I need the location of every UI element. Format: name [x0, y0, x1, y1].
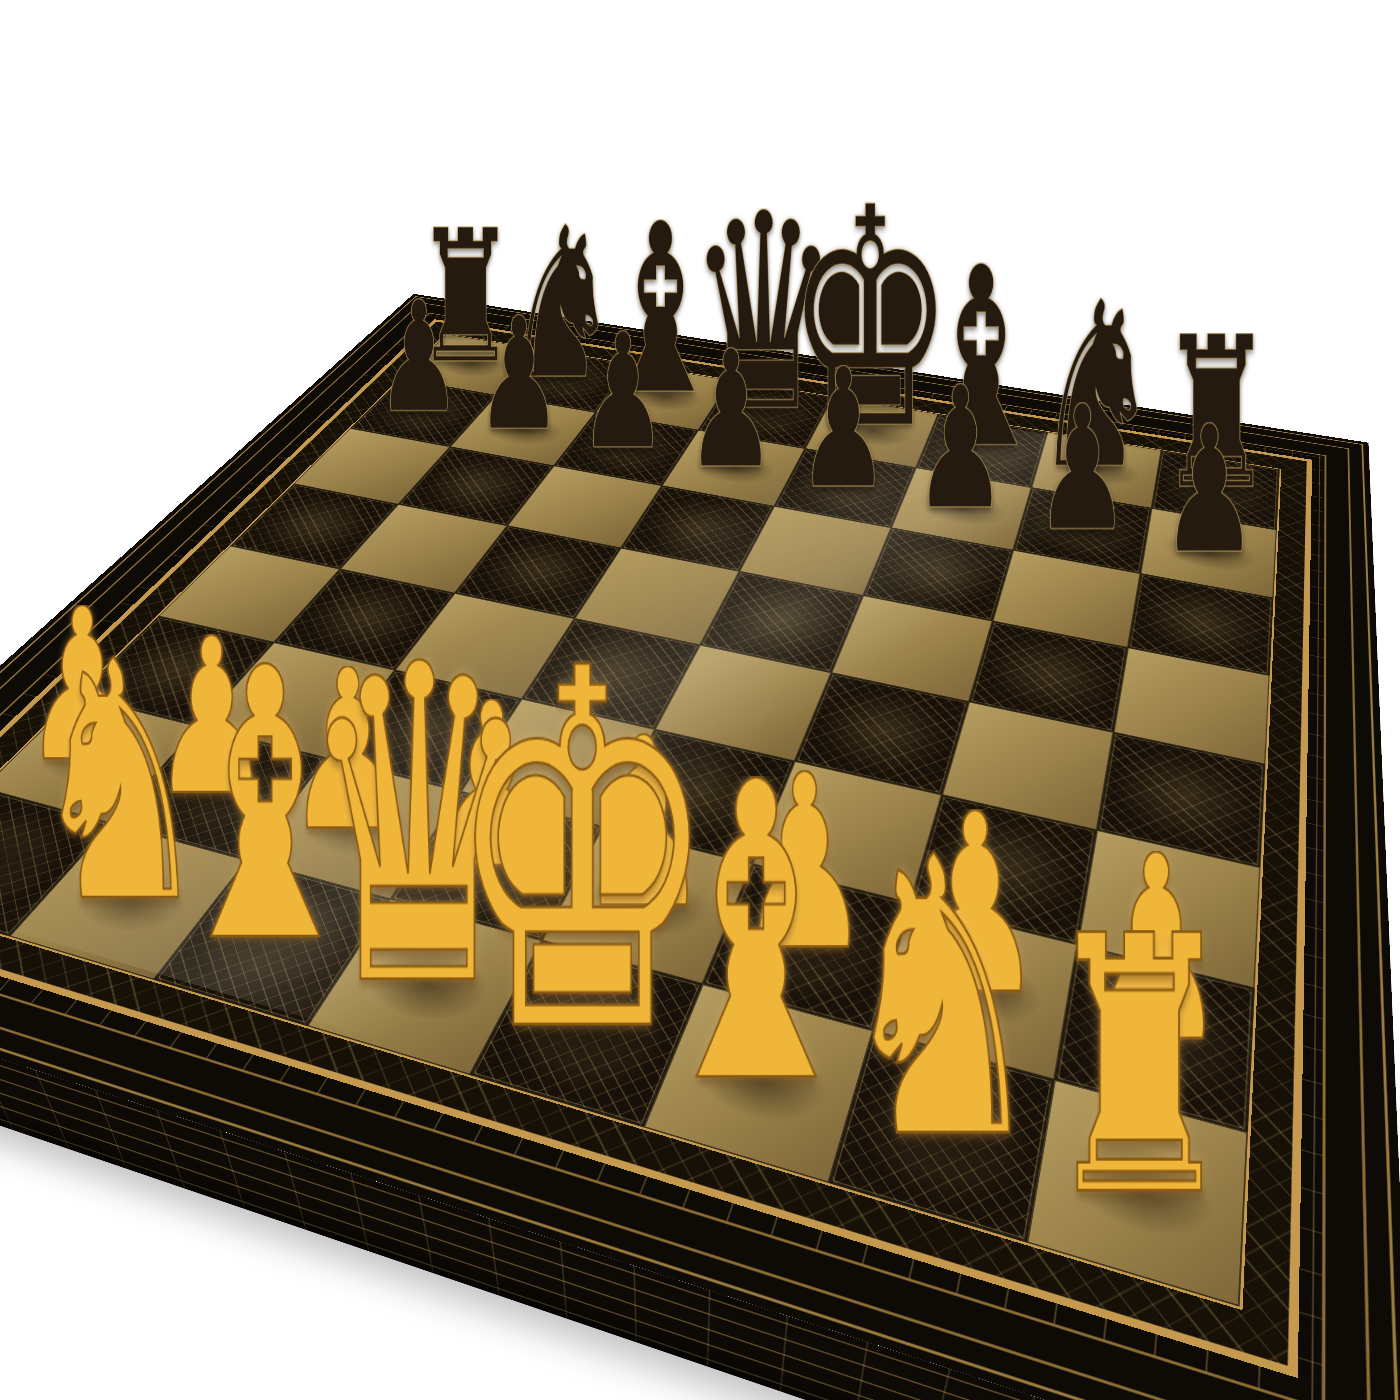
black-pawn: ♟: [1034, 402, 1130, 536]
black-pawn: ♟: [1160, 422, 1258, 559]
black-pawn: ♟: [686, 347, 776, 474]
board-inner-border-band: ♜♞♝♛♚♝♞♜♟♟♟♟♟♟♟♟♟♟♟♟♟♟♟♟♜♞♝♛♚♝♞♜: [0, 319, 1312, 1378]
square-g6: [993, 550, 1141, 647]
square-g1: ♞: [829, 1030, 1055, 1242]
white-knight: ♞: [834, 850, 1047, 1149]
black-pawn: ♟: [797, 365, 889, 494]
product-photo-scene: ♜♞♝♛♚♝♞♜♟♟♟♟♟♟♟♟♟♟♟♟♟♟♟♟♜♞♝♛♚♝♞♜: [0, 0, 1400, 1400]
black-pawn: ♟: [578, 330, 666, 454]
black-pawn: ♟: [913, 383, 1007, 515]
board-box-side-right: [1345, 442, 1400, 1400]
white-rook: ♜: [1040, 929, 1237, 1206]
square-h7: ♟: [1140, 508, 1276, 598]
black-pawn: ♟: [376, 298, 461, 417]
black-pawn: ♟: [475, 314, 562, 436]
chessboard: ♜♞♝♛♚♝♞♜♟♟♟♟♟♟♟♟♟♟♟♟♟♟♟♟♜♞♝♛♚♝♞♜: [0, 294, 1400, 1400]
square-h1: ♜: [1027, 1080, 1248, 1307]
